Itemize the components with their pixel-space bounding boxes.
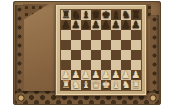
square-g1[interactable]: ♞ [121,80,131,90]
piece-black-pawn[interactable]: ♟ [82,20,91,30]
square-c1[interactable]: ♝ [81,80,91,90]
square-b5[interactable] [71,40,81,50]
piece-black-pawn[interactable]: ♟ [72,20,81,30]
piece-black-pawn[interactable]: ♟ [102,20,111,30]
square-h7[interactable]: ♟ [131,20,141,30]
square-c5[interactable] [81,40,91,50]
piece-white-rook[interactable]: ♜ [132,80,141,90]
rosette-carving [16,93,26,103]
square-a5[interactable] [61,40,71,50]
square-b7[interactable]: ♟ [71,20,81,30]
carved-side-panel [15,5,24,95]
square-f6[interactable] [111,30,121,40]
piece-white-rook[interactable]: ♜ [62,80,71,90]
square-b1[interactable]: ♞ [71,80,81,90]
square-a1[interactable]: ♜ [61,80,71,90]
square-h1[interactable]: ♜ [131,80,141,90]
square-e4[interactable] [101,50,111,60]
piece-white-king[interactable]: ♚ [102,80,111,90]
piece-black-pawn[interactable]: ♟ [132,20,141,30]
square-b4[interactable] [71,50,81,60]
product-photo: { "game": "chess", "scene": { "descripti… [0,0,175,105]
square-e6[interactable] [101,30,111,40]
rosette-carving [148,93,158,103]
square-g7[interactable]: ♟ [121,20,131,30]
square-a7[interactable]: ♟ [61,20,71,30]
piece-black-pawn[interactable]: ♟ [122,20,131,30]
square-d7[interactable]: ♟ [91,20,101,30]
square-d1[interactable]: ♛ [91,80,101,90]
square-a6[interactable] [61,30,71,40]
piece-black-pawn[interactable]: ♟ [92,20,101,30]
square-b6[interactable] [71,30,81,40]
square-f7[interactable]: ♟ [111,20,121,30]
square-e1[interactable]: ♚ [101,80,111,90]
chess-board-frame: ♜♞♝♛♚♝♞♜♟♟♟♟♟♟♟♟♟♟♟♟♟♟♟♟♜♞♝♛♚♝♞♜ [55,4,147,96]
square-f4[interactable] [111,50,121,60]
square-h4[interactable] [131,50,141,60]
square-f1[interactable]: ♝ [111,80,121,90]
chess-board: ♜♞♝♛♚♝♞♜♟♟♟♟♟♟♟♟♟♟♟♟♟♟♟♟♜♞♝♛♚♝♞♜ [60,9,142,91]
square-d6[interactable] [91,30,101,40]
piece-white-knight[interactable]: ♞ [72,80,81,90]
piece-white-queen[interactable]: ♛ [92,80,101,90]
square-c4[interactable] [81,50,91,60]
piece-black-pawn[interactable]: ♟ [62,20,71,30]
carved-corner-ornament [23,4,49,20]
piece-black-pawn[interactable]: ♟ [112,20,121,30]
square-e5[interactable] [101,40,111,50]
square-h6[interactable] [131,30,141,40]
carved-chess-table: ♜♞♝♛♚♝♞♜♟♟♟♟♟♟♟♟♟♟♟♟♟♟♟♟♜♞♝♛♚♝♞♜ [13,1,161,105]
square-e7[interactable]: ♟ [101,20,111,30]
carved-side-panel [150,15,159,95]
piece-white-knight[interactable]: ♞ [122,80,131,90]
square-f5[interactable] [111,40,121,50]
square-d5[interactable] [91,40,101,50]
piece-white-bishop[interactable]: ♝ [112,80,121,90]
piece-white-bishop[interactable]: ♝ [82,80,91,90]
square-c7[interactable]: ♟ [81,20,91,30]
square-a4[interactable] [61,50,71,60]
square-c6[interactable] [81,30,91,40]
square-h5[interactable] [131,40,141,50]
square-g4[interactable] [121,50,131,60]
square-d4[interactable] [91,50,101,60]
square-g6[interactable] [121,30,131,40]
square-g5[interactable] [121,40,131,50]
